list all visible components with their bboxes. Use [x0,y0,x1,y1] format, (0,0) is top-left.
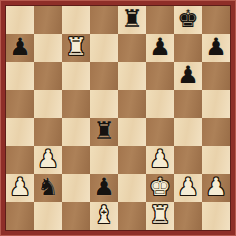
square-f6[interactable] [146,62,174,90]
square-b8[interactable] [34,6,62,34]
square-a7[interactable]: ♟ [6,34,34,62]
square-c4[interactable] [62,118,90,146]
square-d2[interactable]: ♟ [90,174,118,202]
square-g3[interactable] [174,146,202,174]
square-e7[interactable] [118,34,146,62]
square-b2[interactable]: ♞ [34,174,62,202]
black-pawn-d2[interactable]: ♟ [93,174,115,201]
square-h5[interactable] [202,90,230,118]
square-f3[interactable]: ♟ [146,146,174,174]
chess-board-frame: ♜♚♟♜♟♟♟♜♟♟♟♞♟♚♟♟♝♜ [0,0,236,236]
square-f2[interactable]: ♚ [146,174,174,202]
square-d5[interactable] [90,90,118,118]
square-e8[interactable]: ♜ [118,6,146,34]
black-pawn-f7[interactable]: ♟ [149,34,171,61]
square-f8[interactable] [146,6,174,34]
square-e3[interactable] [118,146,146,174]
square-c8[interactable] [62,6,90,34]
square-d4[interactable]: ♜ [90,118,118,146]
square-h8[interactable] [202,6,230,34]
square-a4[interactable] [6,118,34,146]
square-f4[interactable] [146,118,174,146]
square-b5[interactable] [34,90,62,118]
square-g4[interactable] [174,118,202,146]
square-g2[interactable]: ♟ [174,174,202,202]
square-e4[interactable] [118,118,146,146]
square-c2[interactable] [62,174,90,202]
black-knight-b2[interactable]: ♞ [37,174,59,201]
square-d3[interactable] [90,146,118,174]
square-e1[interactable] [118,202,146,230]
black-king-g8[interactable]: ♚ [177,6,199,33]
square-h7[interactable]: ♟ [202,34,230,62]
black-rook-e8[interactable]: ♜ [121,6,143,33]
square-c6[interactable] [62,62,90,90]
square-a2[interactable]: ♟ [6,174,34,202]
square-a6[interactable] [6,62,34,90]
square-f7[interactable]: ♟ [146,34,174,62]
square-e6[interactable] [118,62,146,90]
square-b6[interactable] [34,62,62,90]
square-a8[interactable] [6,6,34,34]
square-a1[interactable] [6,202,34,230]
white-pawn-b3[interactable]: ♟ [37,146,59,173]
square-d8[interactable] [90,6,118,34]
white-king-f2[interactable]: ♚ [149,174,171,201]
square-f5[interactable] [146,90,174,118]
black-rook-d4[interactable]: ♜ [93,118,115,145]
white-bishop-d1[interactable]: ♝ [93,202,115,229]
square-h3[interactable] [202,146,230,174]
black-pawn-a7[interactable]: ♟ [9,34,31,61]
white-pawn-f3[interactable]: ♟ [149,146,171,173]
square-b7[interactable] [34,34,62,62]
white-pawn-a2[interactable]: ♟ [9,174,31,201]
square-a5[interactable] [6,90,34,118]
square-c1[interactable] [62,202,90,230]
black-pawn-g6[interactable]: ♟ [177,62,199,89]
square-d7[interactable] [90,34,118,62]
square-g8[interactable]: ♚ [174,6,202,34]
black-pawn-h7[interactable]: ♟ [205,34,227,61]
square-c3[interactable] [62,146,90,174]
square-e2[interactable] [118,174,146,202]
square-f1[interactable]: ♜ [146,202,174,230]
square-e5[interactable] [118,90,146,118]
square-h4[interactable] [202,118,230,146]
chess-board: ♜♚♟♜♟♟♟♜♟♟♟♞♟♚♟♟♝♜ [6,6,230,230]
square-g6[interactable]: ♟ [174,62,202,90]
square-h2[interactable]: ♟ [202,174,230,202]
square-a3[interactable] [6,146,34,174]
square-g5[interactable] [174,90,202,118]
square-d6[interactable] [90,62,118,90]
square-b4[interactable] [34,118,62,146]
white-pawn-g2[interactable]: ♟ [177,174,199,201]
square-h1[interactable] [202,202,230,230]
square-b3[interactable]: ♟ [34,146,62,174]
square-d1[interactable]: ♝ [90,202,118,230]
square-b1[interactable] [34,202,62,230]
square-g1[interactable] [174,202,202,230]
square-g7[interactable] [174,34,202,62]
white-rook-c7[interactable]: ♜ [65,34,87,61]
square-c7[interactable]: ♜ [62,34,90,62]
white-pawn-h2[interactable]: ♟ [205,174,227,201]
square-c5[interactable] [62,90,90,118]
white-rook-f1[interactable]: ♜ [149,202,171,229]
square-h6[interactable] [202,62,230,90]
